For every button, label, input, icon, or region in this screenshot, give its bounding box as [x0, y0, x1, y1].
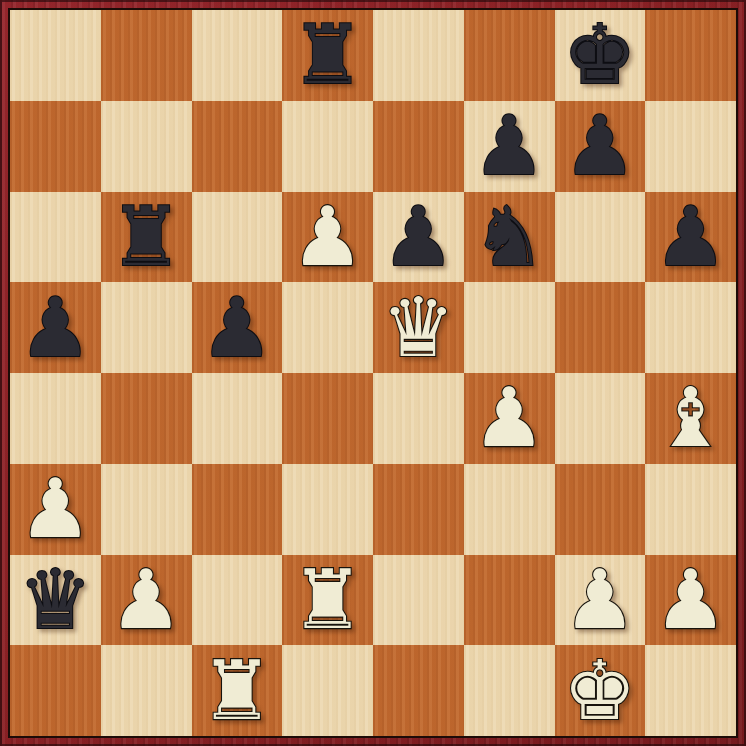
square-h2[interactable]: ♟ — [645, 555, 736, 646]
square-h1[interactable] — [645, 645, 736, 736]
square-h7[interactable] — [645, 101, 736, 192]
square-b1[interactable] — [101, 645, 192, 736]
square-e6[interactable]: ♟ — [373, 192, 464, 283]
square-a6[interactable] — [10, 192, 101, 283]
square-g5[interactable] — [555, 282, 646, 373]
piece-white-pawn[interactable]: ♟ — [291, 196, 365, 278]
piece-white-pawn[interactable]: ♟ — [654, 559, 728, 641]
square-b2[interactable]: ♟ — [101, 555, 192, 646]
square-f1[interactable] — [464, 645, 555, 736]
square-a2[interactable]: ♛ — [10, 555, 101, 646]
square-e7[interactable] — [373, 101, 464, 192]
square-c8[interactable] — [192, 10, 283, 101]
square-g8[interactable]: ♚ — [555, 10, 646, 101]
square-e1[interactable] — [373, 645, 464, 736]
piece-black-king[interactable]: ♚ — [563, 14, 637, 96]
square-b7[interactable] — [101, 101, 192, 192]
square-h4[interactable]: ♝ — [645, 373, 736, 464]
square-a4[interactable] — [10, 373, 101, 464]
square-a5[interactable]: ♟ — [10, 282, 101, 373]
square-f7[interactable]: ♟ — [464, 101, 555, 192]
square-c7[interactable] — [192, 101, 283, 192]
square-c3[interactable] — [192, 464, 283, 555]
square-b5[interactable] — [101, 282, 192, 373]
square-f5[interactable] — [464, 282, 555, 373]
square-g6[interactable] — [555, 192, 646, 283]
square-d5[interactable] — [282, 282, 373, 373]
piece-white-pawn[interactable]: ♟ — [472, 377, 546, 459]
piece-black-pawn[interactable]: ♟ — [472, 105, 546, 187]
square-d3[interactable] — [282, 464, 373, 555]
piece-white-pawn[interactable]: ♟ — [563, 559, 637, 641]
square-e8[interactable] — [373, 10, 464, 101]
square-f3[interactable] — [464, 464, 555, 555]
square-e5[interactable]: ♛ — [373, 282, 464, 373]
square-e3[interactable] — [373, 464, 464, 555]
piece-white-pawn[interactable]: ♟ — [19, 468, 93, 550]
piece-black-knight[interactable]: ♞ — [472, 196, 546, 278]
square-g4[interactable] — [555, 373, 646, 464]
piece-black-rook[interactable]: ♜ — [291, 14, 365, 96]
square-d8[interactable]: ♜ — [282, 10, 373, 101]
square-c6[interactable] — [192, 192, 283, 283]
square-a3[interactable]: ♟ — [10, 464, 101, 555]
piece-black-pawn[interactable]: ♟ — [382, 196, 456, 278]
square-b3[interactable] — [101, 464, 192, 555]
square-b4[interactable] — [101, 373, 192, 464]
square-g7[interactable]: ♟ — [555, 101, 646, 192]
piece-black-pawn[interactable]: ♟ — [19, 287, 93, 369]
piece-black-pawn[interactable]: ♟ — [654, 196, 728, 278]
square-a8[interactable] — [10, 10, 101, 101]
square-b6[interactable]: ♜ — [101, 192, 192, 283]
square-g2[interactable]: ♟ — [555, 555, 646, 646]
square-c5[interactable]: ♟ — [192, 282, 283, 373]
square-d7[interactable] — [282, 101, 373, 192]
piece-black-queen[interactable]: ♛ — [19, 559, 93, 641]
square-d2[interactable]: ♜ — [282, 555, 373, 646]
square-h3[interactable] — [645, 464, 736, 555]
square-g1[interactable]: ♚ — [555, 645, 646, 736]
piece-white-pawn[interactable]: ♟ — [109, 559, 183, 641]
piece-white-rook[interactable]: ♜ — [200, 650, 274, 732]
square-f8[interactable] — [464, 10, 555, 101]
square-g3[interactable] — [555, 464, 646, 555]
piece-white-king[interactable]: ♚ — [563, 650, 637, 732]
square-f4[interactable]: ♟ — [464, 373, 555, 464]
square-c1[interactable]: ♜ — [192, 645, 283, 736]
piece-black-pawn[interactable]: ♟ — [200, 287, 274, 369]
piece-white-rook[interactable]: ♜ — [291, 559, 365, 641]
square-b8[interactable] — [101, 10, 192, 101]
square-f2[interactable] — [464, 555, 555, 646]
square-d1[interactable] — [282, 645, 373, 736]
square-a1[interactable] — [10, 645, 101, 736]
piece-black-rook[interactable]: ♜ — [109, 196, 183, 278]
square-a7[interactable] — [10, 101, 101, 192]
piece-white-bishop[interactable]: ♝ — [654, 377, 728, 459]
piece-white-queen[interactable]: ♛ — [382, 287, 456, 369]
square-d4[interactable] — [282, 373, 373, 464]
piece-black-pawn[interactable]: ♟ — [563, 105, 637, 187]
square-h6[interactable]: ♟ — [645, 192, 736, 283]
chess-board: ♜♚♟♟♜♟♟♞♟♟♟♛♟♝♟♛♟♜♟♟♜♚ — [0, 0, 746, 746]
square-d6[interactable]: ♟ — [282, 192, 373, 283]
square-e2[interactable] — [373, 555, 464, 646]
square-c4[interactable] — [192, 373, 283, 464]
square-c2[interactable] — [192, 555, 283, 646]
square-h8[interactable] — [645, 10, 736, 101]
board-grid: ♜♚♟♟♜♟♟♞♟♟♟♛♟♝♟♛♟♜♟♟♜♚ — [10, 10, 736, 736]
square-f6[interactable]: ♞ — [464, 192, 555, 283]
square-e4[interactable] — [373, 373, 464, 464]
square-h5[interactable] — [645, 282, 736, 373]
